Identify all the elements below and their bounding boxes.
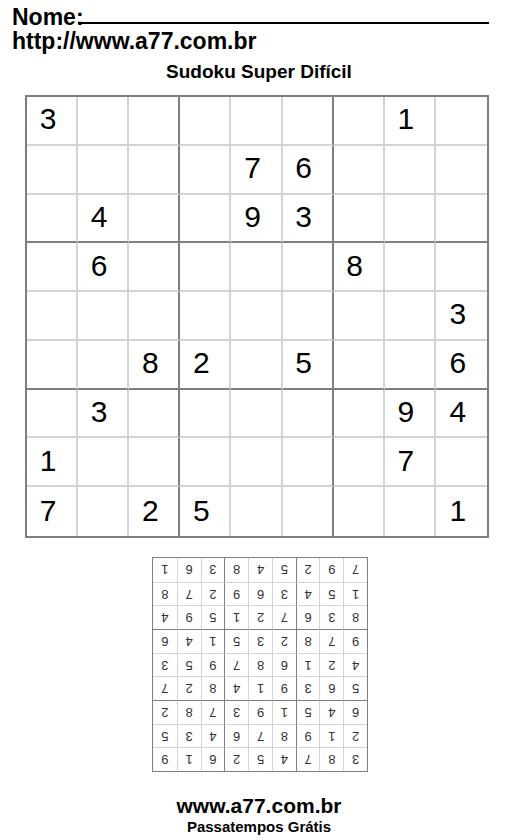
- solution-cell-r3c5: 9: [248, 700, 272, 724]
- puzzle-cell-r5c5: [231, 292, 282, 341]
- puzzle-cell-r9c9: 1: [436, 487, 487, 536]
- solution-cell-r7c8: 9: [177, 605, 201, 629]
- puzzle-cell-r5c7: [334, 292, 385, 341]
- puzzle-cell-r1c6: [283, 97, 334, 146]
- puzzle-cell-r5c1: [27, 292, 78, 341]
- puzzle-cell-r3c4: [180, 195, 231, 244]
- solution-cell-r9c1: 7: [343, 558, 367, 582]
- solution-cell-r2c6: 6: [224, 724, 248, 748]
- solution-cell-r1c8: 1: [177, 747, 201, 771]
- puzzle-cell-r1c9: [436, 97, 487, 146]
- puzzle-cell-r2c8: [385, 146, 436, 195]
- solution-cell-r7c4: 7: [272, 605, 296, 629]
- puzzle-cell-r4c8: [385, 243, 436, 292]
- solution-cell-r9c3: 2: [296, 558, 320, 582]
- solution-cell-r8c5: 6: [248, 582, 272, 606]
- puzzle-cell-r8c2: [78, 438, 129, 487]
- puzzle-cell-r5c2: [78, 292, 129, 341]
- solution-cell-r4c9: 7: [153, 676, 177, 700]
- solution-cell-r6c8: 4: [177, 629, 201, 653]
- solution-cell-r3c7: 7: [201, 700, 225, 724]
- solution-cell-r2c2: 1: [319, 724, 343, 748]
- puzzle-cell-r1c2: [78, 97, 129, 146]
- puzzle-cell-r7c2: 3: [78, 390, 129, 439]
- puzzle-cell-r7c4: [180, 390, 231, 439]
- solution-cell-r4c6: 4: [224, 676, 248, 700]
- puzzle-cell-r3c3: [129, 195, 180, 244]
- solution-cell-r3c4: 1: [272, 700, 296, 724]
- puzzle-cell-r8c3: [129, 438, 180, 487]
- solution-cell-r8c7: 2: [201, 582, 225, 606]
- solution-cell-r7c7: 5: [201, 605, 225, 629]
- solution-cell-r9c9: 1: [153, 558, 177, 582]
- solution-cell-r3c2: 4: [319, 700, 343, 724]
- solution-cell-r5c6: 7: [224, 653, 248, 677]
- solution-cell-r6c1: 9: [343, 629, 367, 653]
- solution-cell-r8c2: 5: [319, 582, 343, 606]
- puzzle-cell-r5c3: [129, 292, 180, 341]
- solution-cell-r6c7: 1: [201, 629, 225, 653]
- solution-cell-r7c9: 4: [153, 605, 177, 629]
- puzzle-cell-r6c3: 8: [129, 341, 180, 390]
- puzzle-cell-r8c9: [436, 438, 487, 487]
- puzzle-cell-r2c2: [78, 146, 129, 195]
- solution-cell-r5c2: 2: [319, 653, 343, 677]
- puzzle-grid: 31764936838256394177251: [25, 95, 489, 538]
- puzzle-cell-r1c5: [231, 97, 282, 146]
- solution-cell-r6c3: 8: [296, 629, 320, 653]
- solution-cell-r6c6: 5: [224, 629, 248, 653]
- puzzle-cell-r3c8: [385, 195, 436, 244]
- puzzle-cell-r4c4: [180, 243, 231, 292]
- puzzle-cell-r2c9: [436, 146, 487, 195]
- puzzle-cell-r9c6: [283, 487, 334, 536]
- puzzle-cell-r2c3: [129, 146, 180, 195]
- puzzle-cell-r9c3: 2: [129, 487, 180, 536]
- solution-cell-r9c7: 3: [201, 558, 225, 582]
- footer-tagline: Passatempos Grátis: [0, 818, 518, 835]
- puzzle-cell-r5c9: 3: [436, 292, 487, 341]
- solution-cell-r7c1: 8: [343, 605, 367, 629]
- solution-cell-r9c2: 9: [319, 558, 343, 582]
- puzzle-cell-r7c8: 9: [385, 390, 436, 439]
- solution-cell-r7c3: 6: [296, 605, 320, 629]
- puzzle-cell-r1c8: 1: [385, 97, 436, 146]
- puzzle-cell-r8c6: [283, 438, 334, 487]
- solution-cell-r9c5: 4: [248, 558, 272, 582]
- solution-cell-r4c7: 8: [201, 676, 225, 700]
- solution-cell-r3c3: 5: [296, 700, 320, 724]
- puzzle-cell-r2c7: [334, 146, 385, 195]
- puzzle-cell-r6c8: [385, 341, 436, 390]
- solution-cell-r5c1: 4: [343, 653, 367, 677]
- puzzle-cell-r8c5: [231, 438, 282, 487]
- solution-cell-r4c4: 9: [272, 676, 296, 700]
- solution-cell-r8c3: 4: [296, 582, 320, 606]
- solution-cell-r4c1: 5: [343, 676, 367, 700]
- puzzle-cell-r6c1: [27, 341, 78, 390]
- puzzle-cell-r1c7: [334, 97, 385, 146]
- name-label: Nome:: [12, 4, 84, 31]
- solution-cell-r8c6: 9: [224, 582, 248, 606]
- name-write-in-line: [78, 0, 489, 24]
- solution-cell-r1c1: 3: [343, 747, 367, 771]
- puzzle-cell-r6c9: 6: [436, 341, 487, 390]
- puzzle-cell-r1c4: [180, 97, 231, 146]
- solution-cell-r3c9: 2: [153, 700, 177, 724]
- puzzle-cell-r9c8: [385, 487, 436, 536]
- puzzle-cell-r4c6: [283, 243, 334, 292]
- solution-cell-r5c8: 5: [177, 653, 201, 677]
- puzzle-cell-r3c7: [334, 195, 385, 244]
- solution-cell-r6c4: 2: [272, 629, 296, 653]
- solution-cell-r4c8: 2: [177, 676, 201, 700]
- solution-cell-r7c5: 2: [248, 605, 272, 629]
- puzzle-cell-r7c1: [27, 390, 78, 439]
- puzzle-cell-r9c1: 7: [27, 487, 78, 536]
- puzzle-cell-r2c6: 6: [283, 146, 334, 195]
- puzzle-cell-r4c5: [231, 243, 282, 292]
- solution-cell-r8c9: 8: [153, 582, 177, 606]
- solution-cell-r2c4: 8: [272, 724, 296, 748]
- solution-cell-r9c4: 5: [272, 558, 296, 582]
- solution-cell-r3c6: 3: [224, 700, 248, 724]
- solution-cell-r4c2: 6: [319, 676, 343, 700]
- puzzle-cell-r7c9: 4: [436, 390, 487, 439]
- puzzle-cell-r3c2: 4: [78, 195, 129, 244]
- solution-grid: 3874526192198764356451937825639148274216…: [152, 557, 368, 772]
- solution-cell-r8c1: 1: [343, 582, 367, 606]
- puzzle-cell-r5c6: [283, 292, 334, 341]
- solution-cell-r5c7: 9: [201, 653, 225, 677]
- solution-cell-r5c9: 3: [153, 653, 177, 677]
- solution-cell-r7c2: 3: [319, 605, 343, 629]
- solution-cell-r1c9: 9: [153, 747, 177, 771]
- puzzle-cell-r8c4: [180, 438, 231, 487]
- solution-cell-r1c5: 5: [248, 747, 272, 771]
- solution-cell-r1c7: 6: [201, 747, 225, 771]
- puzzle-cell-r6c4: 2: [180, 341, 231, 390]
- solution-cell-r8c8: 7: [177, 582, 201, 606]
- solution-cell-r3c1: 6: [343, 700, 367, 724]
- solution-cell-r2c7: 4: [201, 724, 225, 748]
- puzzle-cell-r6c7: [334, 341, 385, 390]
- solution-cell-r1c4: 4: [272, 747, 296, 771]
- solution-cell-r3c8: 8: [177, 700, 201, 724]
- puzzle-cell-r8c1: 1: [27, 438, 78, 487]
- puzzle-cell-r1c3: [129, 97, 180, 146]
- solution-cell-r2c3: 9: [296, 724, 320, 748]
- puzzle-cell-r6c5: [231, 341, 282, 390]
- solution-cell-r4c5: 1: [248, 676, 272, 700]
- solution-cell-r6c9: 6: [153, 629, 177, 653]
- solution-cell-r2c9: 5: [153, 724, 177, 748]
- puzzle-cell-r3c5: 9: [231, 195, 282, 244]
- puzzle-cell-r1c1: 3: [27, 97, 78, 146]
- puzzle-cell-r4c1: [27, 243, 78, 292]
- puzzle-cell-r2c4: [180, 146, 231, 195]
- puzzle-cell-r7c3: [129, 390, 180, 439]
- puzzle-cell-r3c1: [27, 195, 78, 244]
- solution-cell-r4c3: 3: [296, 676, 320, 700]
- puzzle-cell-r4c9: [436, 243, 487, 292]
- puzzle-cell-r3c6: 3: [283, 195, 334, 244]
- puzzle-cell-r8c7: [334, 438, 385, 487]
- solution-cell-r6c2: 7: [319, 629, 343, 653]
- solution-cell-r5c4: 6: [272, 653, 296, 677]
- footer-site-url: www.a77.com.br: [0, 794, 518, 818]
- puzzle-cell-r7c6: [283, 390, 334, 439]
- puzzle-cell-r6c6: 5: [283, 341, 334, 390]
- solution-cell-r5c3: 1: [296, 653, 320, 677]
- puzzle-cell-r7c7: [334, 390, 385, 439]
- puzzle-cell-r2c1: [27, 146, 78, 195]
- solution-cell-r1c6: 2: [224, 747, 248, 771]
- puzzle-cell-r4c7: 8: [334, 243, 385, 292]
- solution-cell-r2c1: 2: [343, 724, 367, 748]
- puzzle-cell-r5c8: [385, 292, 436, 341]
- solution-cell-r8c4: 3: [272, 582, 296, 606]
- solution-cell-r1c3: 7: [296, 747, 320, 771]
- site-url-text: http://www.a77.com.br: [12, 28, 257, 55]
- puzzle-cell-r8c8: 7: [385, 438, 436, 487]
- solution-cell-r2c5: 7: [248, 724, 272, 748]
- puzzle-cell-r4c3: [129, 243, 180, 292]
- page-title: Sudoku Super Difícil: [0, 61, 518, 83]
- puzzle-cell-r6c2: [78, 341, 129, 390]
- puzzle-cell-r2c5: 7: [231, 146, 282, 195]
- solution-cell-r9c6: 8: [224, 558, 248, 582]
- solution-cell-r7c6: 1: [224, 605, 248, 629]
- solution-cell-r1c2: 8: [319, 747, 343, 771]
- puzzle-cell-r9c4: 5: [180, 487, 231, 536]
- solution-cell-r6c5: 3: [248, 629, 272, 653]
- puzzle-cell-r9c5: [231, 487, 282, 536]
- solution-cell-r5c5: 8: [248, 653, 272, 677]
- solution-cell-r9c8: 6: [177, 558, 201, 582]
- solution-cell-r2c8: 3: [177, 724, 201, 748]
- puzzle-cell-r7c5: [231, 390, 282, 439]
- puzzle-cell-r3c9: [436, 195, 487, 244]
- puzzle-cell-r9c2: [78, 487, 129, 536]
- puzzle-cell-r5c4: [180, 292, 231, 341]
- puzzle-cell-r9c7: [334, 487, 385, 536]
- puzzle-cell-r4c2: 6: [78, 243, 129, 292]
